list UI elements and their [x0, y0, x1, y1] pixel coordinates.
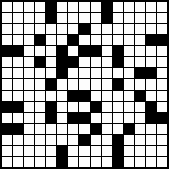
- black-cell: [124, 124, 134, 134]
- white-cell[interactable]: [79, 13, 89, 23]
- black-cell: [79, 46, 89, 56]
- white-cell[interactable]: [102, 57, 112, 67]
- white-cell[interactable]: [35, 13, 45, 23]
- white-cell[interactable]: [68, 79, 78, 89]
- white-cell[interactable]: [13, 2, 23, 12]
- white-cell[interactable]: [13, 135, 23, 145]
- white-cell[interactable]: [102, 146, 112, 156]
- white-cell[interactable]: [57, 79, 67, 89]
- white-cell[interactable]: [146, 79, 156, 89]
- white-cell[interactable]: [57, 2, 67, 12]
- white-cell[interactable]: [24, 35, 34, 45]
- white-cell[interactable]: [91, 146, 101, 156]
- black-cell: [68, 91, 78, 101]
- black-cell: [2, 102, 12, 112]
- white-cell[interactable]: [35, 146, 45, 156]
- white-cell[interactable]: [91, 2, 101, 12]
- white-cell[interactable]: [24, 135, 34, 145]
- white-cell[interactable]: [91, 113, 101, 123]
- white-cell[interactable]: [13, 24, 23, 34]
- white-cell[interactable]: [157, 91, 167, 101]
- white-cell[interactable]: [79, 68, 89, 78]
- white-cell[interactable]: [91, 91, 101, 101]
- white-cell[interactable]: [57, 135, 67, 145]
- white-cell[interactable]: [135, 57, 145, 67]
- white-cell[interactable]: [146, 46, 156, 56]
- white-cell[interactable]: [79, 2, 89, 12]
- white-cell[interactable]: [124, 2, 134, 12]
- white-cell[interactable]: [102, 79, 112, 89]
- white-cell[interactable]: [113, 91, 123, 101]
- white-cell[interactable]: [146, 124, 156, 134]
- white-cell[interactable]: [157, 157, 167, 167]
- white-cell[interactable]: [124, 146, 134, 156]
- black-cell: [46, 2, 56, 12]
- white-cell[interactable]: [124, 46, 134, 56]
- black-cell: [2, 46, 12, 56]
- white-cell[interactable]: [135, 13, 145, 23]
- white-cell[interactable]: [135, 102, 145, 112]
- white-cell[interactable]: [79, 157, 89, 167]
- white-cell[interactable]: [157, 79, 167, 89]
- white-cell[interactable]: [79, 102, 89, 112]
- white-cell[interactable]: [24, 102, 34, 112]
- black-cell: [68, 35, 78, 45]
- white-cell[interactable]: [79, 35, 89, 45]
- white-cell[interactable]: [2, 79, 12, 89]
- white-cell[interactable]: [13, 79, 23, 89]
- black-cell: [146, 35, 156, 45]
- white-cell[interactable]: [57, 124, 67, 134]
- black-cell: [46, 79, 56, 89]
- black-cell: [13, 124, 23, 134]
- white-cell[interactable]: [124, 157, 134, 167]
- black-cell: [113, 46, 123, 56]
- white-cell[interactable]: [68, 2, 78, 12]
- black-cell: [113, 135, 123, 145]
- black-cell: [135, 91, 145, 101]
- white-cell[interactable]: [46, 24, 56, 34]
- white-cell[interactable]: [79, 79, 89, 89]
- black-cell: [57, 68, 67, 78]
- white-cell[interactable]: [91, 57, 101, 67]
- white-cell[interactable]: [124, 135, 134, 145]
- white-cell[interactable]: [13, 91, 23, 101]
- white-cell[interactable]: [35, 2, 45, 12]
- white-cell[interactable]: [2, 2, 12, 12]
- white-cell[interactable]: [113, 13, 123, 23]
- black-cell: [2, 124, 12, 134]
- white-cell[interactable]: [13, 68, 23, 78]
- white-cell[interactable]: [135, 2, 145, 12]
- black-cell: [46, 113, 56, 123]
- white-cell[interactable]: [157, 102, 167, 112]
- white-cell[interactable]: [113, 2, 123, 12]
- white-cell[interactable]: [24, 79, 34, 89]
- white-cell[interactable]: [46, 135, 56, 145]
- white-cell[interactable]: [146, 13, 156, 23]
- white-cell[interactable]: [57, 35, 67, 45]
- white-cell[interactable]: [24, 113, 34, 123]
- white-cell[interactable]: [13, 35, 23, 45]
- white-cell[interactable]: [135, 35, 145, 45]
- black-cell: [79, 24, 89, 34]
- white-cell[interactable]: [35, 135, 45, 145]
- black-cell: [146, 68, 156, 78]
- white-cell[interactable]: [135, 135, 145, 145]
- white-cell[interactable]: [24, 68, 34, 78]
- white-cell[interactable]: [157, 57, 167, 67]
- white-cell[interactable]: [79, 146, 89, 156]
- white-cell[interactable]: [102, 46, 112, 56]
- white-cell[interactable]: [146, 146, 156, 156]
- white-cell[interactable]: [68, 124, 78, 134]
- white-cell[interactable]: [46, 57, 56, 67]
- white-cell[interactable]: [57, 102, 67, 112]
- white-cell[interactable]: [91, 68, 101, 78]
- white-cell[interactable]: [2, 113, 12, 123]
- white-cell[interactable]: [113, 35, 123, 45]
- black-cell: [57, 57, 67, 67]
- white-cell[interactable]: [102, 24, 112, 34]
- white-cell[interactable]: [2, 68, 12, 78]
- white-cell[interactable]: [46, 46, 56, 56]
- white-cell[interactable]: [57, 91, 67, 101]
- white-cell[interactable]: [91, 13, 101, 23]
- white-cell[interactable]: [35, 24, 45, 34]
- black-cell: [91, 46, 101, 56]
- black-cell: [79, 135, 89, 145]
- white-cell[interactable]: [157, 13, 167, 23]
- white-cell[interactable]: [2, 24, 12, 34]
- black-cell: [91, 102, 101, 112]
- white-cell[interactable]: [35, 46, 45, 56]
- white-cell[interactable]: [124, 24, 134, 34]
- white-cell[interactable]: [157, 135, 167, 145]
- white-cell[interactable]: [46, 146, 56, 156]
- white-cell[interactable]: [102, 157, 112, 167]
- white-cell[interactable]: [2, 57, 12, 67]
- black-cell: [113, 157, 123, 167]
- black-cell: [46, 102, 56, 112]
- white-cell[interactable]: [24, 124, 34, 134]
- white-cell[interactable]: [68, 135, 78, 145]
- white-cell[interactable]: [24, 146, 34, 156]
- white-cell[interactable]: [68, 24, 78, 34]
- white-cell[interactable]: [124, 68, 134, 78]
- black-cell: [35, 35, 45, 45]
- white-cell[interactable]: [146, 135, 156, 145]
- white-cell[interactable]: [46, 91, 56, 101]
- white-cell[interactable]: [13, 57, 23, 67]
- white-cell[interactable]: [102, 113, 112, 123]
- white-cell[interactable]: [2, 135, 12, 145]
- black-cell: [135, 68, 145, 78]
- white-cell[interactable]: [13, 13, 23, 23]
- white-cell[interactable]: [113, 102, 123, 112]
- white-cell[interactable]: [157, 46, 167, 56]
- white-cell[interactable]: [79, 124, 89, 134]
- white-cell[interactable]: [157, 68, 167, 78]
- white-cell[interactable]: [13, 157, 23, 167]
- white-cell[interactable]: [157, 146, 167, 156]
- black-cell: [68, 113, 78, 123]
- white-cell[interactable]: [35, 113, 45, 123]
- white-cell[interactable]: [157, 24, 167, 34]
- white-cell[interactable]: [24, 157, 34, 167]
- white-cell[interactable]: [13, 146, 23, 156]
- white-cell[interactable]: [102, 91, 112, 101]
- black-cell: [57, 46, 67, 56]
- black-cell: [68, 57, 78, 67]
- white-cell[interactable]: [46, 35, 56, 45]
- white-cell[interactable]: [135, 113, 145, 123]
- white-cell[interactable]: [91, 79, 101, 89]
- white-cell[interactable]: [2, 157, 12, 167]
- white-cell[interactable]: [46, 68, 56, 78]
- white-cell[interactable]: [146, 157, 156, 167]
- white-cell[interactable]: [57, 24, 67, 34]
- black-cell: [79, 113, 89, 123]
- white-cell[interactable]: [102, 35, 112, 45]
- white-cell[interactable]: [24, 46, 34, 56]
- black-cell: [46, 13, 56, 23]
- white-cell[interactable]: [113, 124, 123, 134]
- black-cell: [146, 113, 156, 123]
- white-cell[interactable]: [24, 24, 34, 34]
- white-cell[interactable]: [124, 13, 134, 23]
- white-cell[interactable]: [135, 157, 145, 167]
- white-cell[interactable]: [57, 13, 67, 23]
- white-cell[interactable]: [35, 157, 45, 167]
- white-cell[interactable]: [135, 146, 145, 156]
- black-cell: [91, 124, 101, 134]
- white-cell[interactable]: [124, 102, 134, 112]
- white-cell[interactable]: [124, 79, 134, 89]
- black-cell: [57, 146, 67, 156]
- white-cell[interactable]: [124, 113, 134, 123]
- white-cell[interactable]: [24, 2, 34, 12]
- white-cell[interactable]: [68, 46, 78, 56]
- black-cell: [102, 2, 112, 12]
- white-cell[interactable]: [91, 24, 101, 34]
- white-cell[interactable]: [146, 91, 156, 101]
- black-cell: [79, 91, 89, 101]
- white-cell[interactable]: [24, 57, 34, 67]
- white-cell[interactable]: [124, 35, 134, 45]
- white-cell[interactable]: [135, 79, 145, 89]
- black-cell: [35, 57, 45, 67]
- white-cell[interactable]: [146, 57, 156, 67]
- white-cell[interactable]: [124, 57, 134, 67]
- black-cell: [13, 46, 23, 56]
- black-cell: [13, 102, 23, 112]
- white-cell[interactable]: [91, 157, 101, 167]
- white-cell[interactable]: [124, 91, 134, 101]
- white-cell[interactable]: [102, 135, 112, 145]
- white-cell[interactable]: [146, 24, 156, 34]
- black-cell: [102, 13, 112, 23]
- white-cell[interactable]: [68, 157, 78, 167]
- white-cell[interactable]: [46, 124, 56, 134]
- white-cell[interactable]: [68, 13, 78, 23]
- white-cell[interactable]: [68, 146, 78, 156]
- black-cell: [57, 157, 67, 167]
- white-cell[interactable]: [135, 46, 145, 56]
- white-cell[interactable]: [102, 124, 112, 134]
- black-cell: [157, 113, 167, 123]
- white-cell[interactable]: [35, 91, 45, 101]
- white-cell[interactable]: [24, 13, 34, 23]
- crossword-grid: [0, 0, 169, 169]
- black-cell: [113, 146, 123, 156]
- white-cell[interactable]: [113, 24, 123, 34]
- white-cell[interactable]: [35, 79, 45, 89]
- white-cell[interactable]: [79, 57, 89, 67]
- white-cell[interactable]: [68, 68, 78, 78]
- black-cell: [113, 57, 123, 67]
- white-cell[interactable]: [35, 124, 45, 134]
- white-cell[interactable]: [35, 68, 45, 78]
- white-cell[interactable]: [135, 124, 145, 134]
- white-cell[interactable]: [91, 35, 101, 45]
- white-cell[interactable]: [13, 113, 23, 123]
- white-cell[interactable]: [68, 102, 78, 112]
- white-cell[interactable]: [2, 35, 12, 45]
- white-cell[interactable]: [24, 91, 34, 101]
- white-cell[interactable]: [2, 146, 12, 156]
- white-cell[interactable]: [102, 68, 112, 78]
- black-cell: [157, 35, 167, 45]
- black-cell: [113, 79, 123, 89]
- white-cell[interactable]: [157, 124, 167, 134]
- black-cell: [146, 102, 156, 112]
- white-cell[interactable]: [2, 91, 12, 101]
- white-cell[interactable]: [35, 102, 45, 112]
- white-cell[interactable]: [157, 2, 167, 12]
- white-cell[interactable]: [57, 113, 67, 123]
- white-cell[interactable]: [113, 113, 123, 123]
- white-cell[interactable]: [135, 24, 145, 34]
- white-cell[interactable]: [91, 135, 101, 145]
- white-cell[interactable]: [2, 13, 12, 23]
- white-cell[interactable]: [46, 157, 56, 167]
- white-cell[interactable]: [113, 68, 123, 78]
- crossword-board: [0, 0, 169, 169]
- white-cell[interactable]: [102, 102, 112, 112]
- white-cell[interactable]: [146, 2, 156, 12]
